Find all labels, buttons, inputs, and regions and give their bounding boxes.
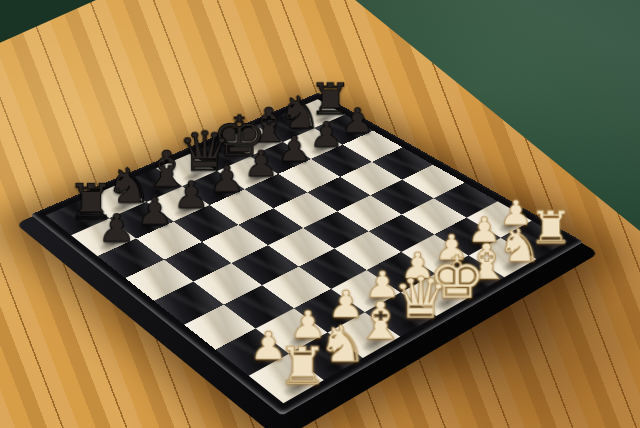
black-pawn: ♟ bbox=[93, 210, 140, 247]
board-rim: ♜♞♝♛♚♝♞♜♟♟♟♟♟♟♟♟♟♟♟♟♟♟♟♟♜♞♝♛♚♝♞♜ bbox=[31, 93, 584, 416]
board-grid: ♜♞♝♛♚♝♞♜♟♟♟♟♟♟♟♟♟♟♟♟♟♟♟♟♜♞♝♛♚♝♞♜ bbox=[46, 99, 568, 403]
perspective-wrapper: ♜♞♝♛♚♝♞♜♟♟♟♟♟♟♟♟♟♟♟♟♟♟♟♟♜♞♝♛♚♝♞♜ bbox=[107, 50, 499, 406]
chess-photo-scene: ♜♞♝♛♚♝♞♜♟♟♟♟♟♟♟♟♟♟♟♟♟♟♟♟♜♞♝♛♚♝♞♜ bbox=[0, 0, 640, 428]
white-rook: ♜ bbox=[276, 342, 330, 391]
chess-board: ♜♞♝♛♚♝♞♜♟♟♟♟♟♟♟♟♟♟♟♟♟♟♟♟♜♞♝♛♚♝♞♜ bbox=[31, 93, 584, 416]
square-a4 bbox=[154, 282, 224, 325]
perspective-stretch: ♜♞♝♛♚♝♞♜♟♟♟♟♟♟♟♟♟♟♟♟♟♟♟♟♜♞♝♛♚♝♞♜ bbox=[0, 0, 640, 428]
